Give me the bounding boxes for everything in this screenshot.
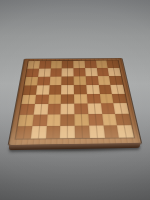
square-b1 — [31, 126, 47, 138]
square-e8 — [73, 61, 85, 69]
square-e4 — [74, 94, 87, 104]
square-a2 — [18, 115, 34, 127]
square-h2 — [115, 114, 131, 125]
square-h6 — [109, 76, 123, 85]
square-h1 — [117, 125, 134, 137]
square-c2 — [46, 115, 60, 127]
square-d3 — [61, 104, 75, 115]
square-f1 — [89, 126, 105, 138]
square-b6 — [37, 76, 50, 85]
square-a1 — [16, 126, 32, 139]
square-c4 — [48, 94, 61, 104]
square-f2 — [88, 114, 103, 126]
square-f5 — [86, 85, 99, 94]
square-d7 — [62, 68, 74, 76]
square-c6 — [49, 76, 62, 85]
square-f6 — [85, 76, 98, 85]
square-b4 — [35, 94, 49, 104]
square-h8 — [107, 60, 120, 68]
square-c3 — [47, 104, 61, 115]
square-b8 — [39, 61, 51, 69]
square-a5 — [23, 85, 37, 94]
square-c7 — [50, 68, 62, 76]
square-c1 — [45, 126, 60, 138]
square-f4 — [87, 94, 101, 104]
checkerboard — [9, 58, 141, 145]
square-h3 — [114, 103, 129, 114]
square-a6 — [25, 77, 38, 86]
square-f3 — [87, 104, 101, 115]
square-d5 — [61, 85, 74, 94]
square-e7 — [73, 68, 85, 76]
square-d4 — [61, 94, 74, 104]
square-c5 — [49, 85, 62, 94]
square-h7 — [108, 68, 121, 76]
square-h4 — [112, 94, 127, 104]
square-h5 — [111, 84, 125, 93]
square-e1 — [75, 126, 90, 138]
square-b5 — [36, 85, 49, 94]
photo-scene — [0, 0, 150, 200]
square-e3 — [74, 104, 88, 115]
square-d8 — [62, 61, 74, 69]
square-a4 — [21, 94, 35, 104]
square-d6 — [61, 76, 73, 85]
square-f7 — [85, 68, 97, 76]
square-e5 — [74, 85, 87, 94]
square-e2 — [74, 114, 88, 126]
board-perspective-wrap — [9, 58, 141, 145]
square-b3 — [33, 104, 47, 115]
board-grid — [16, 60, 134, 138]
square-d2 — [60, 114, 74, 126]
square-c8 — [50, 61, 62, 69]
square-e6 — [74, 76, 86, 85]
square-b7 — [38, 68, 50, 76]
square-b2 — [32, 115, 47, 127]
square-f8 — [84, 61, 96, 69]
square-a3 — [20, 104, 35, 115]
square-d1 — [60, 126, 75, 138]
